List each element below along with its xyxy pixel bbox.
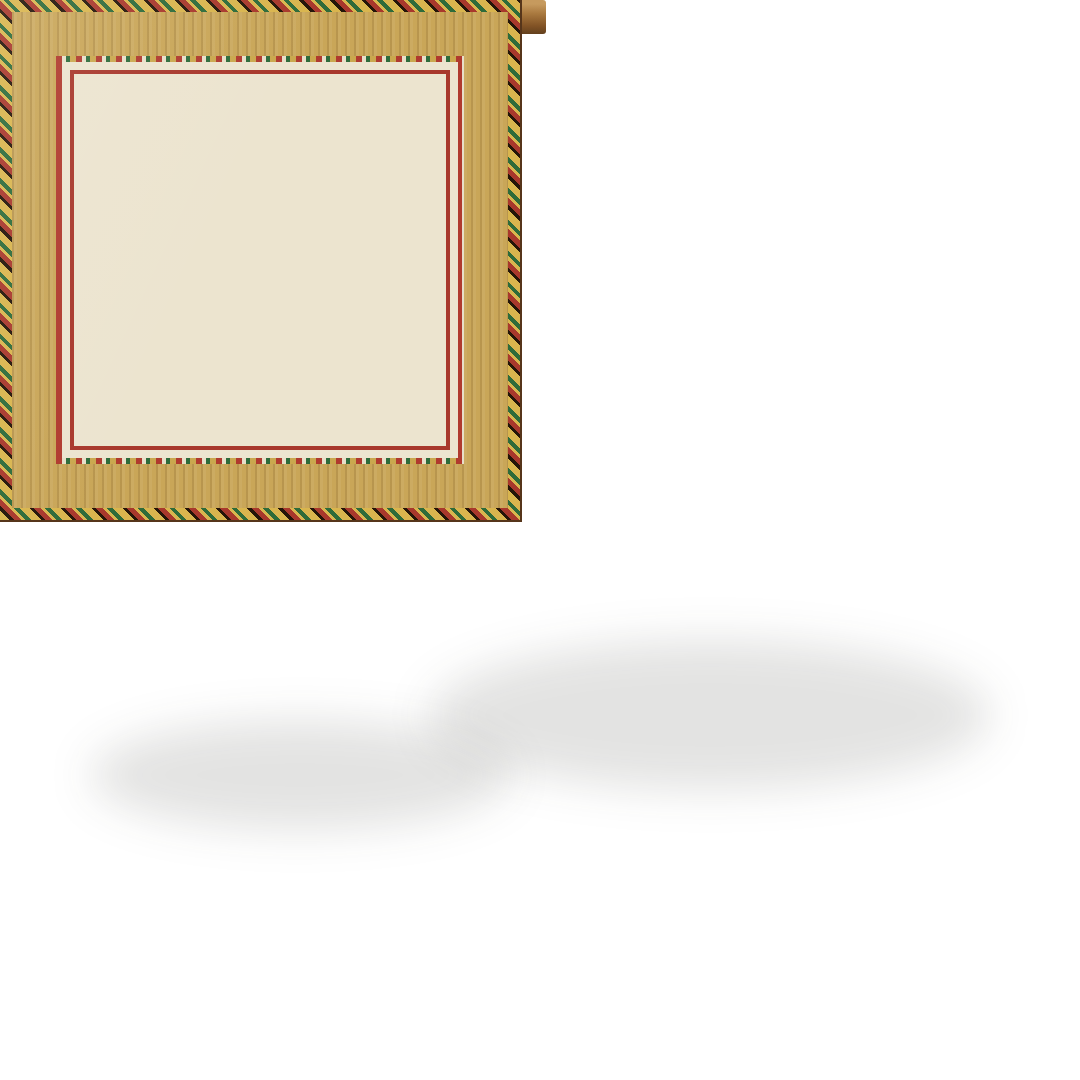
floor-shadow-drawer	[90, 720, 510, 830]
chess-set-product-photo	[0, 0, 1080, 1080]
floor-shadow	[430, 640, 990, 790]
checkerboard-field	[82, 82, 438, 438]
chess-board-top	[0, 0, 520, 520]
